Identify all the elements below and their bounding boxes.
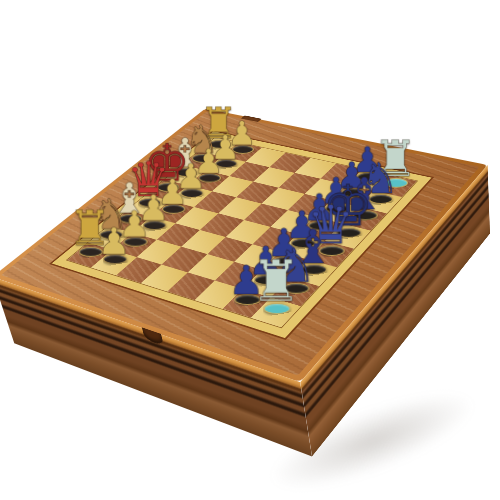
square-a7[interactable]: ♟	[91, 250, 136, 275]
red-pawn-glyph: ♟	[87, 224, 140, 259]
product-photo-stage: ♜♞♝♛♚♝♞♜♟♟♟♟♟♟♟♟♟♟♟♟♟♟♟♟♜♞♝♛♚♝♞♜	[0, 0, 500, 500]
square-a1[interactable]: ♜	[251, 298, 300, 328]
blue-rook-glyph: ♜	[247, 255, 306, 309]
chess-board: ♜♞♝♛♚♝♞♜♟♟♟♟♟♟♟♟♟♟♟♟♟♟♟♟♜♞♝♛♚♝♞♜	[66, 137, 418, 328]
chess-box: ♜♞♝♛♚♝♞♜♟♟♟♟♟♟♟♟♟♟♟♟♟♟♟♟♜♞♝♛♚♝♞♜	[0, 108, 488, 382]
square-d6[interactable]	[175, 207, 218, 230]
